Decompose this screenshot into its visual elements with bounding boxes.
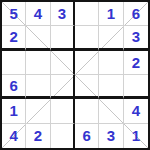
sudoku-board: 5431623261442631 — [0, 0, 150, 150]
cell-r3c5[interactable] — [99, 51, 123, 75]
cell-r1c3[interactable]: 3 — [51, 2, 75, 26]
sudoku-grid: 5431623261442631 — [2, 2, 148, 148]
cell-r2c5[interactable] — [99, 26, 123, 50]
cell-r1c4[interactable] — [75, 2, 99, 26]
cell-r1c2[interactable]: 4 — [26, 2, 50, 26]
cell-r4c3[interactable] — [51, 75, 75, 99]
cell-r1c6[interactable]: 6 — [124, 2, 148, 26]
cell-r6c6[interactable]: 1 — [124, 124, 148, 148]
cell-r1c1[interactable]: 5 — [2, 2, 26, 26]
cell-r6c1[interactable]: 4 — [2, 124, 26, 148]
cell-r4c4[interactable] — [75, 75, 99, 99]
cell-r4c1[interactable]: 6 — [2, 75, 26, 99]
cell-r3c2[interactable] — [26, 51, 50, 75]
cell-r6c5[interactable]: 3 — [99, 124, 123, 148]
cell-r6c3[interactable] — [51, 124, 75, 148]
cell-r3c6[interactable]: 2 — [124, 51, 148, 75]
cell-r5c5[interactable] — [99, 99, 123, 123]
cell-r2c6[interactable]: 3 — [124, 26, 148, 50]
cell-r3c3[interactable] — [51, 51, 75, 75]
cell-r3c4[interactable] — [75, 51, 99, 75]
cell-r5c1[interactable]: 1 — [2, 99, 26, 123]
cell-r4c5[interactable] — [99, 75, 123, 99]
cell-r5c3[interactable] — [51, 99, 75, 123]
cell-r2c4[interactable] — [75, 26, 99, 50]
cell-r5c6[interactable]: 4 — [124, 99, 148, 123]
cell-r6c2[interactable]: 2 — [26, 124, 50, 148]
cell-r2c1[interactable]: 2 — [2, 26, 26, 50]
cell-r3c1[interactable] — [2, 51, 26, 75]
cell-r2c3[interactable] — [51, 26, 75, 50]
cell-r2c2[interactable] — [26, 26, 50, 50]
cell-r4c2[interactable] — [26, 75, 50, 99]
cell-r5c2[interactable] — [26, 99, 50, 123]
cell-r6c4[interactable]: 6 — [75, 124, 99, 148]
cell-r4c6[interactable] — [124, 75, 148, 99]
cell-r1c5[interactable]: 1 — [99, 2, 123, 26]
cell-r5c4[interactable] — [75, 99, 99, 123]
